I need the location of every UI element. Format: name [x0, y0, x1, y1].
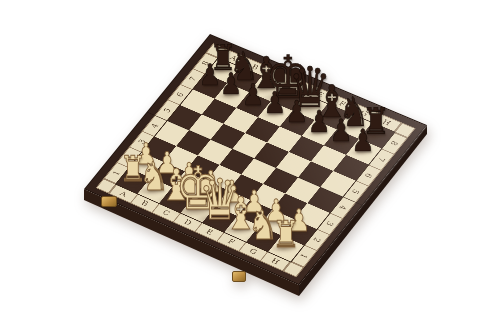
piece-black-pawn-d7: ♟: [263, 88, 286, 118]
brass-clasp: [101, 196, 117, 207]
chess-set-scene: ABCDEFGHABCDEFGH8765432187654321 ♜♞♝♚♛♝♞…: [0, 0, 500, 333]
piece-black-pawn-a7: ♟: [199, 61, 221, 90]
brass-clasp: [232, 271, 246, 282]
piece-white-rook-h1: ♜: [272, 217, 300, 254]
piece-black-pawn-c7: ♟: [242, 79, 265, 109]
product-photo: ABCDEFGHABCDEFGH8765432187654321 ♜♞♝♚♛♝♞…: [0, 0, 500, 333]
piece-black-pawn-b7: ♟: [220, 70, 243, 100]
piece-black-pawn-h7: ♟: [352, 125, 375, 156]
piece-black-pawn-e7: ♟: [285, 98, 308, 128]
piece-black-pawn-f7: ♟: [307, 107, 330, 137]
piece-black-pawn-g7: ♟: [329, 116, 352, 146]
